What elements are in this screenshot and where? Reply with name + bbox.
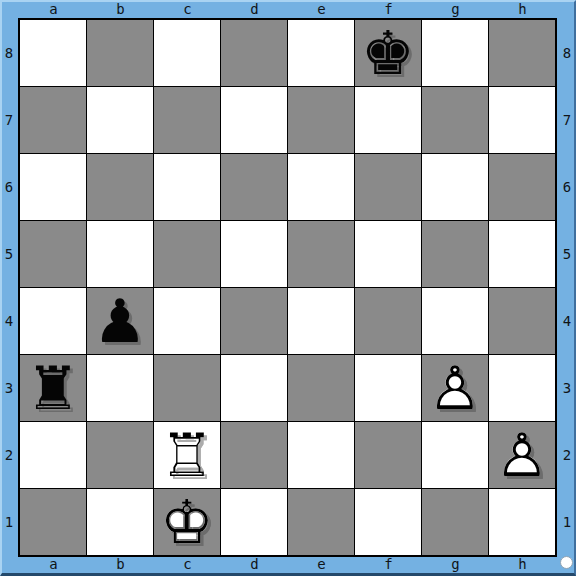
square-c8[interactable] bbox=[154, 20, 220, 86]
piece-white-king[interactable]: ♚♔ bbox=[154, 489, 220, 555]
square-f6[interactable] bbox=[355, 154, 421, 220]
coordinate-label: b bbox=[87, 555, 154, 573]
square-a3[interactable]: ♜ bbox=[20, 355, 86, 421]
square-b4[interactable]: ♟ bbox=[87, 288, 153, 354]
rook-glyph-outline: ♖ bbox=[154, 422, 220, 488]
pawn-glyph-outline: ♙ bbox=[489, 422, 555, 488]
square-g4[interactable] bbox=[422, 288, 488, 354]
square-a5[interactable] bbox=[20, 221, 86, 287]
square-c6[interactable] bbox=[154, 154, 220, 220]
square-b2[interactable] bbox=[87, 422, 153, 488]
square-f4[interactable] bbox=[355, 288, 421, 354]
square-e4[interactable] bbox=[288, 288, 354, 354]
piece-white-pawn[interactable]: ♟♙ bbox=[422, 355, 488, 421]
coordinate-label: h bbox=[489, 555, 556, 573]
rook-glyph-fill: ♜ bbox=[20, 355, 86, 421]
square-d2[interactable] bbox=[221, 422, 287, 488]
square-g1[interactable] bbox=[422, 489, 488, 555]
file-labels-top: abcdefgh bbox=[20, 0, 556, 18]
square-d7[interactable] bbox=[221, 87, 287, 153]
coordinate-label: a bbox=[20, 555, 87, 573]
coordinate-label: 6 bbox=[558, 154, 576, 221]
coordinate-label: 4 bbox=[558, 288, 576, 355]
coordinate-label: 3 bbox=[558, 355, 576, 422]
square-h7[interactable] bbox=[489, 87, 555, 153]
square-g6[interactable] bbox=[422, 154, 488, 220]
square-b7[interactable] bbox=[87, 87, 153, 153]
square-g5[interactable] bbox=[422, 221, 488, 287]
square-f2[interactable] bbox=[355, 422, 421, 488]
square-d5[interactable] bbox=[221, 221, 287, 287]
square-c3[interactable] bbox=[154, 355, 220, 421]
coordinate-label: f bbox=[355, 0, 422, 18]
square-h4[interactable] bbox=[489, 288, 555, 354]
square-b8[interactable] bbox=[87, 20, 153, 86]
coordinate-label: 2 bbox=[0, 422, 18, 489]
coordinate-label: c bbox=[154, 0, 221, 18]
square-f1[interactable] bbox=[355, 489, 421, 555]
square-g3[interactable]: ♟♙ bbox=[422, 355, 488, 421]
square-h1[interactable] bbox=[489, 489, 555, 555]
coordinate-label: 7 bbox=[558, 87, 576, 154]
coordinate-label: a bbox=[20, 0, 87, 18]
coordinate-label: 3 bbox=[0, 355, 18, 422]
pawn-glyph-outline: ♙ bbox=[422, 355, 488, 421]
coordinate-label: g bbox=[422, 555, 489, 573]
square-c5[interactable] bbox=[154, 221, 220, 287]
square-c4[interactable] bbox=[154, 288, 220, 354]
rank-labels-right: 87654321 bbox=[558, 20, 576, 556]
coordinate-label: 8 bbox=[0, 20, 18, 87]
piece-black-king[interactable]: ♚ bbox=[355, 20, 421, 86]
square-a6[interactable] bbox=[20, 154, 86, 220]
king-glyph-fill: ♚ bbox=[355, 20, 421, 86]
coordinate-label: 2 bbox=[558, 422, 576, 489]
rank-labels-left: 87654321 bbox=[0, 20, 18, 556]
piece-black-pawn[interactable]: ♟ bbox=[87, 288, 153, 354]
square-h6[interactable] bbox=[489, 154, 555, 220]
coordinate-label: 1 bbox=[558, 489, 576, 556]
coordinate-label: d bbox=[221, 0, 288, 18]
coordinate-label: h bbox=[489, 0, 556, 18]
square-e7[interactable] bbox=[288, 87, 354, 153]
square-e2[interactable] bbox=[288, 422, 354, 488]
square-f3[interactable] bbox=[355, 355, 421, 421]
coordinate-label: f bbox=[355, 555, 422, 573]
king-glyph-outline: ♔ bbox=[154, 489, 220, 555]
square-b5[interactable] bbox=[87, 221, 153, 287]
coordinate-label: 6 bbox=[0, 154, 18, 221]
square-d1[interactable] bbox=[221, 489, 287, 555]
square-d3[interactable] bbox=[221, 355, 287, 421]
square-b1[interactable] bbox=[87, 489, 153, 555]
coordinate-label: 4 bbox=[0, 288, 18, 355]
white-to-move-indicator bbox=[560, 556, 573, 569]
piece-black-rook[interactable]: ♜ bbox=[20, 355, 86, 421]
coordinate-label: 5 bbox=[558, 221, 576, 288]
square-b6[interactable] bbox=[87, 154, 153, 220]
square-a7[interactable] bbox=[20, 87, 86, 153]
square-e8[interactable] bbox=[288, 20, 354, 86]
square-e5[interactable] bbox=[288, 221, 354, 287]
square-a2[interactable] bbox=[20, 422, 86, 488]
piece-white-rook[interactable]: ♜♖ bbox=[154, 422, 220, 488]
coordinate-label: d bbox=[221, 555, 288, 573]
square-d8[interactable] bbox=[221, 20, 287, 86]
coordinate-label: 7 bbox=[0, 87, 18, 154]
coordinate-label: 5 bbox=[0, 221, 18, 288]
square-h8[interactable] bbox=[489, 20, 555, 86]
coordinate-label: e bbox=[288, 555, 355, 573]
chess-board[interactable]: ♚♟♜♟♙♜♖♟♙♚♔ bbox=[18, 18, 557, 557]
coordinate-label: g bbox=[422, 0, 489, 18]
square-a8[interactable] bbox=[20, 20, 86, 86]
square-h5[interactable] bbox=[489, 221, 555, 287]
square-d6[interactable] bbox=[221, 154, 287, 220]
square-d4[interactable] bbox=[221, 288, 287, 354]
square-e3[interactable] bbox=[288, 355, 354, 421]
square-g7[interactable] bbox=[422, 87, 488, 153]
coordinate-label: c bbox=[154, 555, 221, 573]
square-c2[interactable]: ♜♖ bbox=[154, 422, 220, 488]
square-f7[interactable] bbox=[355, 87, 421, 153]
square-g8[interactable] bbox=[422, 20, 488, 86]
piece-white-pawn[interactable]: ♟♙ bbox=[489, 422, 555, 488]
square-h2[interactable]: ♟♙ bbox=[489, 422, 555, 488]
square-g2[interactable] bbox=[422, 422, 488, 488]
square-a4[interactable] bbox=[20, 288, 86, 354]
file-labels-bottom: abcdefgh bbox=[20, 555, 556, 573]
square-c1[interactable]: ♚♔ bbox=[154, 489, 220, 555]
coordinate-label: 8 bbox=[558, 20, 576, 87]
coordinate-label: 1 bbox=[0, 489, 18, 556]
square-f5[interactable] bbox=[355, 221, 421, 287]
square-b3[interactable] bbox=[87, 355, 153, 421]
square-h3[interactable] bbox=[489, 355, 555, 421]
pawn-glyph-fill: ♟ bbox=[87, 288, 153, 354]
square-a1[interactable] bbox=[20, 489, 86, 555]
square-e1[interactable] bbox=[288, 489, 354, 555]
square-f8[interactable]: ♚ bbox=[355, 20, 421, 86]
square-e6[interactable] bbox=[288, 154, 354, 220]
coordinate-label: b bbox=[87, 0, 154, 18]
square-c7[interactable] bbox=[154, 87, 220, 153]
coordinate-label: e bbox=[288, 0, 355, 18]
